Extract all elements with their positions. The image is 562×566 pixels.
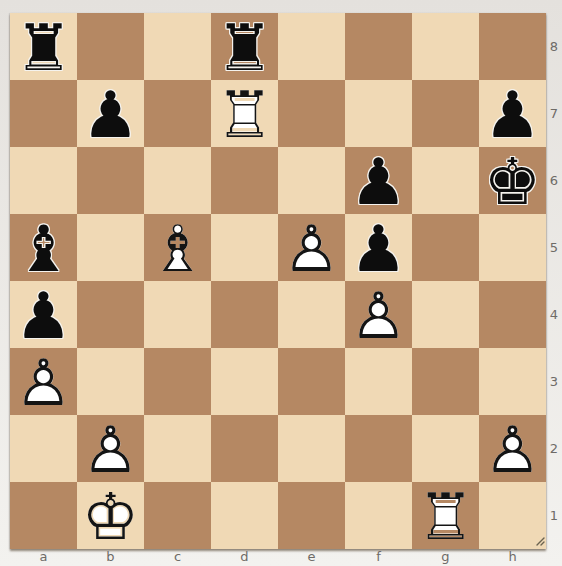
square-f4[interactable]: ♟♙ <box>345 281 412 348</box>
file-label-a: a <box>10 549 77 566</box>
piece-black-rook[interactable]: ♜ <box>10 14 77 81</box>
square-d1[interactable] <box>211 482 278 549</box>
square-d6[interactable] <box>211 147 278 214</box>
piece-black-pawn[interactable]: ♟ <box>10 282 77 349</box>
square-h7[interactable]: ♟ <box>479 80 546 147</box>
square-g6[interactable] <box>412 147 479 214</box>
file-label-b: b <box>77 549 144 566</box>
square-g3[interactable] <box>412 348 479 415</box>
piece-white-pawn[interactable]: ♟♙ <box>345 282 412 349</box>
square-g7[interactable] <box>412 80 479 147</box>
square-a3[interactable]: ♟♙ <box>10 348 77 415</box>
file-label-f: f <box>345 549 412 566</box>
square-c1[interactable] <box>144 482 211 549</box>
piece-white-pawn[interactable]: ♟♙ <box>278 215 345 282</box>
piece-black-pawn[interactable]: ♟ <box>479 81 546 148</box>
rank-label-8: 8 <box>546 13 562 80</box>
square-e2[interactable] <box>278 415 345 482</box>
white-piece-outline: ♙ <box>77 416 144 483</box>
rank-label-3: 3 <box>546 348 562 415</box>
square-c8[interactable] <box>144 13 211 80</box>
square-f8[interactable] <box>345 13 412 80</box>
square-e1[interactable] <box>278 482 345 549</box>
square-c7[interactable] <box>144 80 211 147</box>
chess-board: ♜♜♟♜♖♟♟♚♝♝♗♟♙♟♟♟♙♟♙♟♙♟♙♚♔♜♖ <box>10 13 546 549</box>
square-b8[interactable] <box>77 13 144 80</box>
resize-handle-icon[interactable] <box>533 534 546 547</box>
piece-white-pawn[interactable]: ♟♙ <box>479 416 546 483</box>
square-a2[interactable] <box>10 415 77 482</box>
square-c2[interactable] <box>144 415 211 482</box>
square-a5[interactable]: ♝ <box>10 214 77 281</box>
square-d3[interactable] <box>211 348 278 415</box>
rank-label-5: 5 <box>546 214 562 281</box>
square-d8[interactable]: ♜ <box>211 13 278 80</box>
square-f2[interactable] <box>345 415 412 482</box>
file-label-g: g <box>412 549 479 566</box>
square-b7[interactable]: ♟ <box>77 80 144 147</box>
square-e7[interactable] <box>278 80 345 147</box>
page-background: ♜♜♟♜♖♟♟♚♝♝♗♟♙♟♟♟♙♟♙♟♙♟♙♚♔♜♖ 87654321 abc… <box>0 0 562 566</box>
white-piece-outline: ♔ <box>77 483 144 550</box>
square-e6[interactable] <box>278 147 345 214</box>
square-e8[interactable] <box>278 13 345 80</box>
rank-label-6: 6 <box>546 147 562 214</box>
white-piece-outline: ♖ <box>211 81 278 148</box>
square-h4[interactable] <box>479 281 546 348</box>
piece-white-rook[interactable]: ♜♖ <box>412 483 479 550</box>
square-f1[interactable] <box>345 482 412 549</box>
square-a1[interactable] <box>10 482 77 549</box>
piece-white-king[interactable]: ♚♔ <box>77 483 144 550</box>
square-d7[interactable]: ♜♖ <box>211 80 278 147</box>
file-label-c: c <box>144 549 211 566</box>
rank-label-2: 2 <box>546 415 562 482</box>
piece-black-pawn[interactable]: ♟ <box>345 148 412 215</box>
square-d2[interactable] <box>211 415 278 482</box>
white-piece-outline: ♙ <box>345 282 412 349</box>
square-f7[interactable] <box>345 80 412 147</box>
square-g2[interactable] <box>412 415 479 482</box>
piece-white-bishop[interactable]: ♝♗ <box>144 215 211 282</box>
piece-black-pawn[interactable]: ♟ <box>77 81 144 148</box>
square-c5[interactable]: ♝♗ <box>144 214 211 281</box>
file-label-d: d <box>211 549 278 566</box>
square-b5[interactable] <box>77 214 144 281</box>
file-label-h: h <box>479 549 546 566</box>
square-d4[interactable] <box>211 281 278 348</box>
square-f6[interactable]: ♟ <box>345 147 412 214</box>
square-h6[interactable]: ♚ <box>479 147 546 214</box>
square-a8[interactable]: ♜ <box>10 13 77 80</box>
white-piece-outline: ♗ <box>144 215 211 282</box>
square-h5[interactable] <box>479 214 546 281</box>
square-b2[interactable]: ♟♙ <box>77 415 144 482</box>
square-h2[interactable]: ♟♙ <box>479 415 546 482</box>
rank-label-7: 7 <box>546 80 562 147</box>
square-f5[interactable]: ♟ <box>345 214 412 281</box>
square-h3[interactable] <box>479 348 546 415</box>
square-c4[interactable] <box>144 281 211 348</box>
rank-coordinates: 87654321 <box>546 13 562 549</box>
square-e3[interactable] <box>278 348 345 415</box>
piece-black-pawn[interactable]: ♟ <box>345 215 412 282</box>
square-e4[interactable] <box>278 281 345 348</box>
white-piece-outline: ♙ <box>10 349 77 416</box>
rank-label-1: 1 <box>546 482 562 549</box>
piece-black-king[interactable]: ♚ <box>479 148 546 215</box>
square-b3[interactable] <box>77 348 144 415</box>
square-c3[interactable] <box>144 348 211 415</box>
square-g4[interactable] <box>412 281 479 348</box>
square-e5[interactable]: ♟♙ <box>278 214 345 281</box>
piece-black-rook[interactable]: ♜ <box>211 14 278 81</box>
file-label-e: e <box>278 549 345 566</box>
white-piece-outline: ♙ <box>479 416 546 483</box>
square-f3[interactable] <box>345 348 412 415</box>
white-piece-outline: ♖ <box>412 483 479 550</box>
piece-white-pawn[interactable]: ♟♙ <box>10 349 77 416</box>
square-b6[interactable] <box>77 147 144 214</box>
piece-white-rook[interactable]: ♜♖ <box>211 81 278 148</box>
square-a4[interactable]: ♟ <box>10 281 77 348</box>
piece-white-pawn[interactable]: ♟♙ <box>77 416 144 483</box>
square-b4[interactable] <box>77 281 144 348</box>
rank-label-4: 4 <box>546 281 562 348</box>
square-h8[interactable] <box>479 13 546 80</box>
square-a6[interactable] <box>10 147 77 214</box>
square-c6[interactable] <box>144 147 211 214</box>
square-g5[interactable] <box>412 214 479 281</box>
white-piece-outline: ♙ <box>278 215 345 282</box>
piece-black-bishop[interactable]: ♝ <box>10 215 77 282</box>
square-a7[interactable] <box>10 80 77 147</box>
square-g8[interactable] <box>412 13 479 80</box>
file-coordinates: abcdefgh <box>10 549 546 566</box>
square-b1[interactable]: ♚♔ <box>77 482 144 549</box>
square-d5[interactable] <box>211 214 278 281</box>
square-g1[interactable]: ♜♖ <box>412 482 479 549</box>
